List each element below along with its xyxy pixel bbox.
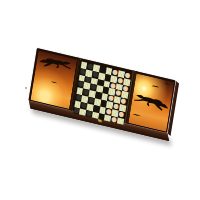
board-frame: ●●●●●●●●●●●●●●●●●●●●●●●● — [72, 60, 133, 122]
right-sunset-panel — [128, 73, 174, 132]
leopard-silhouette-icon — [37, 52, 73, 74]
hinge — [25, 87, 27, 89]
bird-silhouette-icon — [51, 80, 58, 84]
bird-silhouette-icon — [152, 84, 160, 89]
product-photo: ●●●●●●●●●●●●●●●●●●●●●●●● — [0, 0, 200, 200]
sun-icon — [140, 84, 148, 92]
bird-silhouette-icon — [164, 82, 170, 86]
game-box-top: ●●●●●●●●●●●●●●●●●●●●●●●● — [29, 48, 176, 133]
checkerboard: ●●●●●●●●●●●●●●●●●●●●●●●● — [74, 61, 131, 119]
bird-silhouette-icon — [132, 112, 141, 117]
leopard-silhouette-icon — [131, 91, 170, 115]
board-cell — [117, 117, 124, 125]
